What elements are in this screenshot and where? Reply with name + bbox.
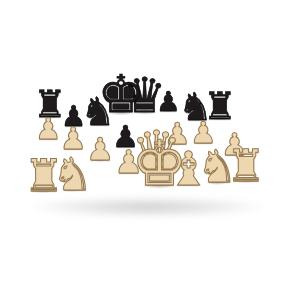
rank-label-left-6: 6	[28, 124, 34, 128]
piece-white-rook-a1[interactable]: ♜	[23, 154, 63, 199]
piece-white-pawn-a5[interactable]: ♟	[35, 114, 62, 144]
rank-label-left-5: 5	[26, 136, 32, 140]
chess-set-photo: abcdefgh1122334455667788 ♟♛♚♜♜♞♞♟♟♟♟♟♟♟♟…	[0, 0, 300, 300]
piece-white-king-e1[interactable]: ♚	[131, 133, 187, 195]
